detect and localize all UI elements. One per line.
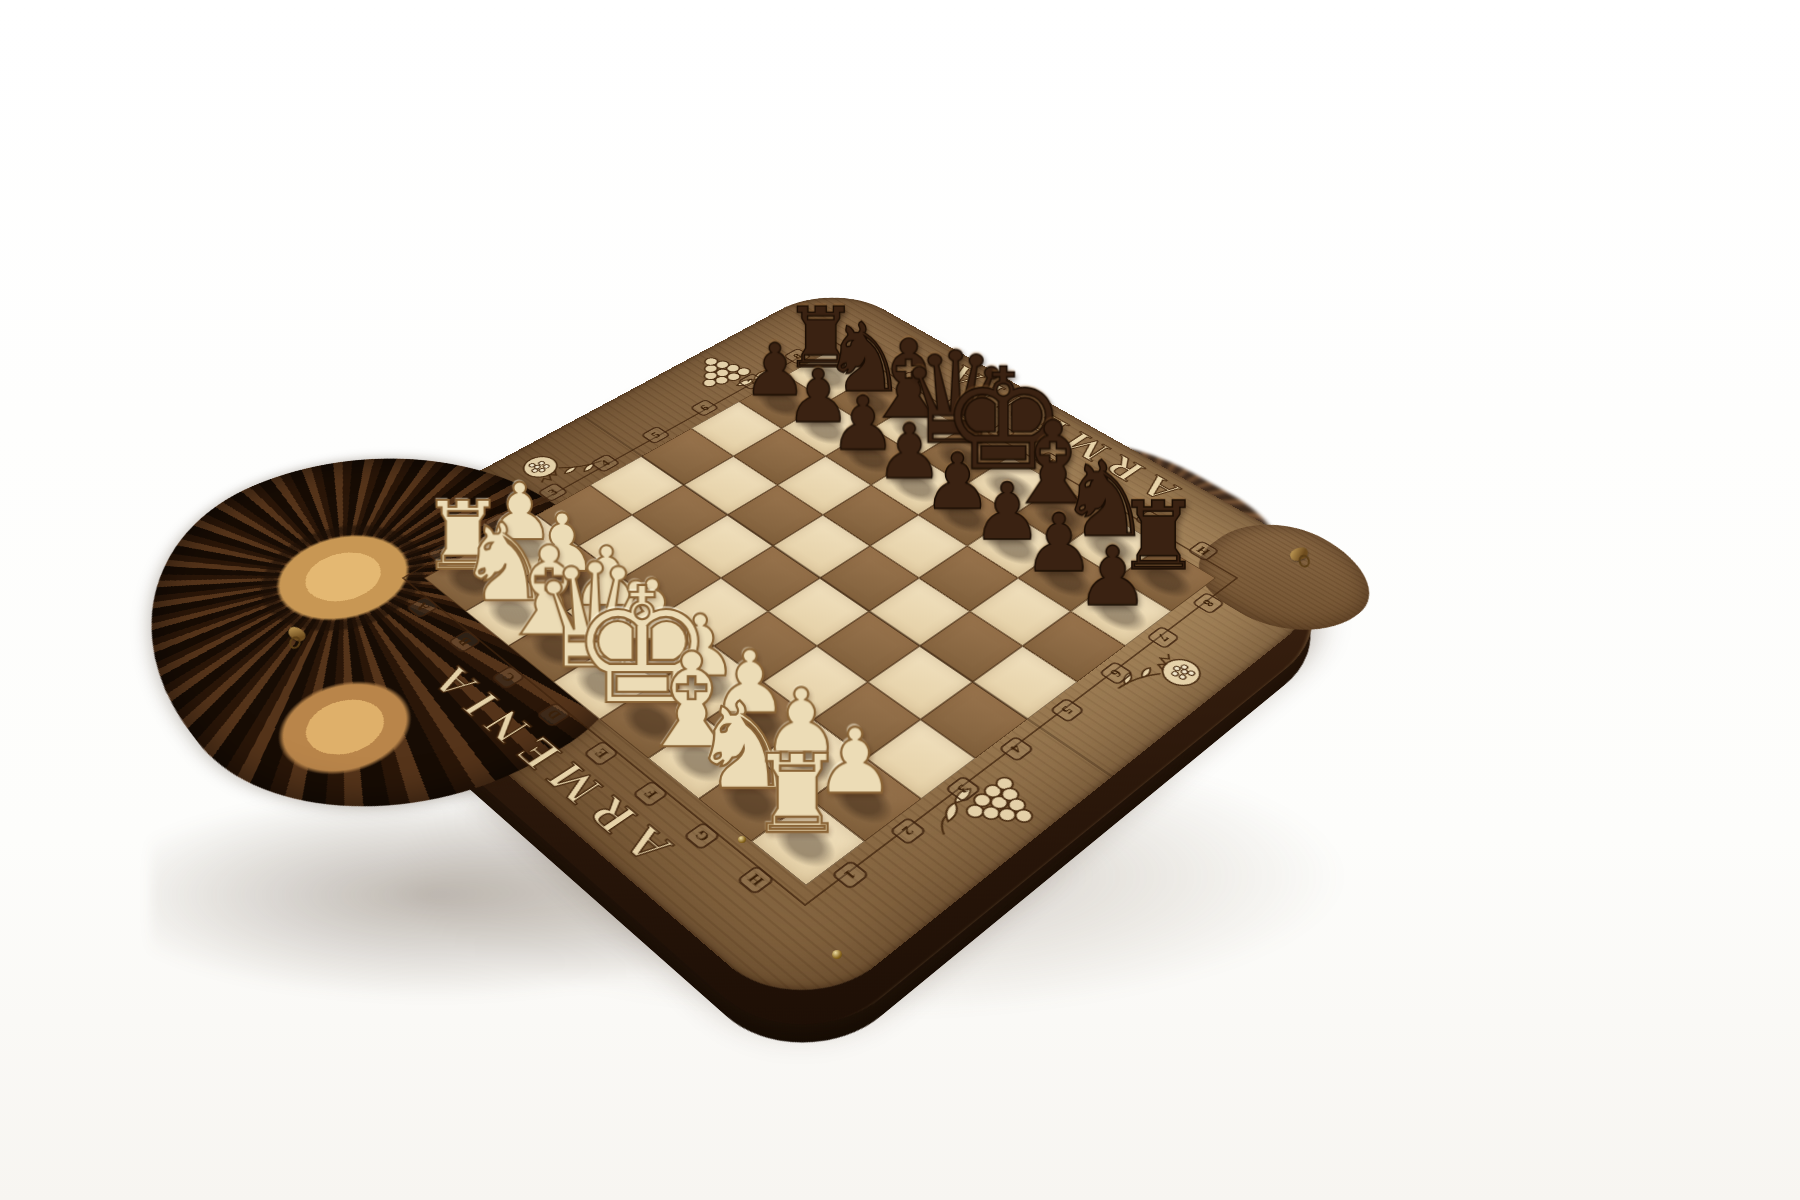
brass-hinge-pin <box>738 836 746 843</box>
board-surface: ARMENIA ARMENIA ♜♞♝♛♚♝♞♜♟♟♟♟♟♟♟♟♟♟♟♟♟♟♟♟… <box>280 281 1360 1026</box>
piece-black-pawn[interactable]: ♟ <box>1031 536 1195 618</box>
brass-hinge-pin <box>832 950 842 959</box>
piece-white-rook[interactable]: ♜ <box>705 741 890 850</box>
scene: ARMENIA ARMENIA ♜♞♝♛♚♝♞♜♟♟♟♟♟♟♟♟♟♟♟♟♟♟♟♟… <box>0 0 1800 1200</box>
chess-board: ARMENIA ARMENIA ♜♞♝♛♚♝♞♜♟♟♟♟♟♟♟♟♟♟♟♟♟♟♟♟… <box>280 281 1360 1026</box>
photo-backdrop: ARMENIA ARMENIA ♜♞♝♛♚♝♞♜♟♟♟♟♟♟♟♟♟♟♟♟♟♟♟♟… <box>0 0 1800 1200</box>
